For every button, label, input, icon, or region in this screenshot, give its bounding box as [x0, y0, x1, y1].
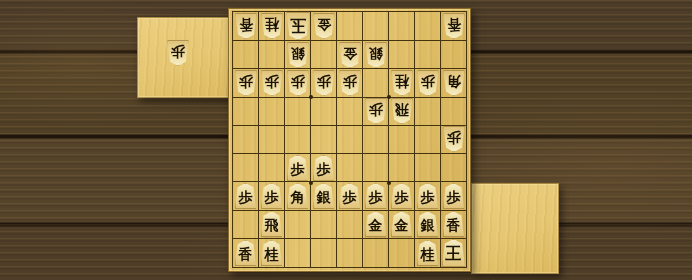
hoshi-dot: [309, 181, 313, 185]
board-cell-9b[interactable]: [233, 41, 259, 69]
piece-kanji: 歩: [265, 75, 279, 89]
board-cell-7c[interactable]: 歩: [285, 69, 311, 97]
board-cell-4h[interactable]: 金: [363, 211, 389, 239]
board-cell-2h[interactable]: 銀: [415, 211, 441, 239]
piece-kanji: 飛: [395, 103, 409, 117]
piece-kanji: 歩: [317, 75, 331, 89]
gote-komadai: 歩: [137, 17, 231, 98]
board-cell-8b[interactable]: [259, 41, 285, 69]
board-cell-6f[interactable]: 歩: [311, 154, 337, 182]
board-cell-8i[interactable]: 桂: [259, 239, 285, 268]
piece-kanji: 歩: [421, 75, 435, 89]
piece-kanji: 歩: [291, 75, 305, 89]
piece-kanji: 香: [447, 218, 461, 232]
piece-kanji: 歩: [421, 190, 435, 204]
board-cell-9g[interactable]: 歩: [233, 182, 259, 210]
board-cell-8e[interactable]: [259, 126, 285, 154]
board-cell-2a[interactable]: [415, 12, 441, 41]
shogi-piece-gote[interactable]: 歩: [339, 70, 361, 96]
board-cell-9h[interactable]: [233, 211, 259, 239]
board-cell-6c[interactable]: 歩: [311, 69, 337, 97]
piece-kanji: 玉: [290, 17, 306, 33]
board-cell-5e[interactable]: [337, 126, 363, 154]
board-cell-4f[interactable]: [363, 154, 389, 182]
board-cell-4b[interactable]: 銀: [363, 41, 389, 69]
shogi-piece-gote[interactable]: 香: [443, 13, 465, 39]
board-cell-3g[interactable]: 歩: [389, 182, 415, 210]
board-cell-7h[interactable]: [285, 211, 311, 239]
board-cell-9f[interactable]: [233, 154, 259, 182]
board-cell-6h[interactable]: [311, 211, 337, 239]
board-cell-9d[interactable]: [233, 98, 259, 126]
board-cell-9c[interactable]: 歩: [233, 69, 259, 97]
hoshi-dot: [387, 181, 391, 185]
shogi-piece-gote[interactable]: 角: [443, 70, 465, 96]
shogi-piece-sente[interactable]: 角: [287, 183, 309, 209]
board-cell-3f[interactable]: [389, 154, 415, 182]
shogi-piece-gote[interactable]: 歩: [287, 70, 309, 96]
shogi-piece-sente[interactable]: 銀: [417, 211, 439, 237]
board-cell-2f[interactable]: [415, 154, 441, 182]
hoshi-dot: [387, 95, 391, 99]
shogi-piece-sente[interactable]: 歩: [261, 183, 283, 209]
hoshi-dot: [309, 95, 313, 99]
board-cell-3c[interactable]: 桂: [389, 69, 415, 97]
shogi-piece-sente[interactable]: 銀: [313, 183, 335, 209]
board-cell-5h[interactable]: [337, 211, 363, 239]
piece-kanji: 歩: [369, 190, 383, 204]
board-cell-6i[interactable]: [311, 239, 337, 268]
board-cell-2b[interactable]: [415, 41, 441, 69]
shogi-piece-sente[interactable]: 歩: [235, 183, 257, 209]
photo-scene: 歩 香桂玉金香銀金銀歩歩歩歩歩桂歩角歩飛歩歩歩歩歩角銀歩歩歩歩歩飛金金銀香香桂桂…: [0, 0, 692, 280]
board-cell-3b[interactable]: [389, 41, 415, 69]
board-cell-6e[interactable]: [311, 126, 337, 154]
board-cell-2i[interactable]: 桂: [415, 239, 441, 268]
piece-kanji: 王: [446, 246, 462, 262]
board-cell-9e[interactable]: [233, 126, 259, 154]
piece-kanji: 歩: [447, 190, 461, 204]
board-cell-7f[interactable]: 歩: [285, 154, 311, 182]
piece-kanji: 桂: [265, 247, 279, 261]
shogi-piece-sente[interactable]: 歩: [287, 155, 309, 181]
shogi-piece-gote[interactable]: 歩: [365, 98, 387, 124]
board-cell-8f[interactable]: [259, 154, 285, 182]
shogi-piece-sente[interactable]: 香: [235, 240, 257, 266]
piece-kanji: 香: [239, 247, 253, 261]
board-cell-7a[interactable]: 玉: [285, 12, 311, 41]
board-cell-2e[interactable]: [415, 126, 441, 154]
piece-kanji: 銀: [317, 190, 331, 204]
board-cell-5d[interactable]: [337, 98, 363, 126]
shogi-piece-gote[interactable]: 桂: [391, 70, 413, 96]
piece-kanji: 銀: [421, 218, 435, 232]
piece-kanji: 歩: [239, 190, 253, 204]
board-cell-5g[interactable]: 歩: [337, 182, 363, 210]
board-cell-1a[interactable]: 香: [441, 12, 467, 41]
shogi-piece-sente[interactable]: 飛: [261, 211, 283, 237]
shogi-piece-gote[interactable]: 歩: [313, 70, 335, 96]
shogi-piece-gote[interactable]: 歩: [417, 70, 439, 96]
shogi-piece-gote[interactable]: 金: [339, 42, 361, 68]
board-cell-5a[interactable]: [337, 12, 363, 41]
board-cell-2c[interactable]: 歩: [415, 69, 441, 97]
shogi-piece-sente[interactable]: 桂: [261, 240, 283, 266]
shogi-piece-sente[interactable]: 香: [443, 211, 465, 237]
board-cell-4i[interactable]: [363, 239, 389, 268]
shogi-piece-gote[interactable]: 歩: [261, 70, 283, 96]
shogi-piece-gote[interactable]: 玉: [286, 12, 310, 40]
board-cell-6a[interactable]: 金: [311, 12, 337, 41]
piece-kanji: 歩: [239, 75, 253, 89]
piece-kanji: 桂: [265, 18, 279, 32]
shogi-piece-gote[interactable]: 歩: [167, 40, 189, 66]
piece-kanji: 桂: [421, 247, 435, 261]
board-cell-1d[interactable]: [441, 98, 467, 126]
shogi-piece-gote[interactable]: 歩: [235, 70, 257, 96]
piece-kanji: 歩: [369, 103, 383, 117]
shogi-piece-sente[interactable]: 王: [442, 239, 466, 267]
board-cell-4g[interactable]: 歩: [363, 182, 389, 210]
board-cell-3e[interactable]: [389, 126, 415, 154]
board-cell-7d[interactable]: [285, 98, 311, 126]
shogi-piece-gote[interactable]: 飛: [391, 98, 413, 124]
board-cell-4c[interactable]: [363, 69, 389, 97]
board-cell-8c[interactable]: 歩: [259, 69, 285, 97]
piece-kanji: 香: [239, 18, 253, 32]
shogi-board: 香桂玉金香銀金銀歩歩歩歩歩桂歩角歩飛歩歩歩歩歩角銀歩歩歩歩歩飛金金銀香香桂桂王: [228, 8, 471, 272]
board-cell-5c[interactable]: 歩: [337, 69, 363, 97]
piece-kanji: 銀: [369, 47, 383, 61]
board-cell-3d[interactable]: 飛: [389, 98, 415, 126]
piece-kanji: 銀: [291, 47, 305, 61]
shogi-piece-gote[interactable]: 金: [313, 13, 335, 39]
board-cell-9a[interactable]: 香: [233, 12, 259, 41]
shogi-piece-sente[interactable]: 歩: [365, 183, 387, 209]
board-cell-5f[interactable]: [337, 154, 363, 182]
board-cell-5i[interactable]: [337, 239, 363, 268]
shogi-piece-gote[interactable]: 桂: [261, 13, 283, 39]
sente-komadai: [471, 183, 559, 274]
piece-kanji: 角: [291, 190, 305, 204]
shogi-piece-sente[interactable]: 歩: [391, 183, 413, 209]
piece-kanji: 歩: [343, 190, 357, 204]
board-cell-8d[interactable]: [259, 98, 285, 126]
board-cell-6b[interactable]: [311, 41, 337, 69]
board-cell-8g[interactable]: 歩: [259, 182, 285, 210]
piece-kanji: 歩: [317, 162, 331, 176]
board-cell-4a[interactable]: [363, 12, 389, 41]
board-cell-7b[interactable]: 銀: [285, 41, 311, 69]
piece-kanji: 歩: [395, 190, 409, 204]
board-cell-1e[interactable]: 歩: [441, 126, 467, 154]
piece-kanji: 香: [447, 18, 461, 32]
shogi-piece-sente[interactable]: 金: [391, 211, 413, 237]
board-cell-1f[interactable]: [441, 154, 467, 182]
board-cell-7e[interactable]: [285, 126, 311, 154]
board-cell-3i[interactable]: [389, 239, 415, 268]
shogi-piece-sente[interactable]: 歩: [417, 183, 439, 209]
shogi-piece-sente[interactable]: 桂: [417, 240, 439, 266]
board-cell-1b[interactable]: [441, 41, 467, 69]
piece-kanji: 歩: [447, 131, 461, 145]
shogi-piece-sente[interactable]: 金: [365, 211, 387, 237]
board-cell-3h[interactable]: 金: [389, 211, 415, 239]
shogi-piece-gote[interactable]: 香: [235, 13, 257, 39]
piece-kanji: 金: [369, 218, 383, 232]
board-cell-2d[interactable]: [415, 98, 441, 126]
board-cell-1h[interactable]: 香: [441, 211, 467, 239]
piece-kanji: 金: [395, 218, 409, 232]
board-cell-4e[interactable]: [363, 126, 389, 154]
piece-kanji: 角: [447, 75, 461, 89]
shogi-piece-sente[interactable]: 歩: [339, 183, 361, 209]
piece-kanji: 飛: [265, 218, 279, 232]
board-cell-6d[interactable]: [311, 98, 337, 126]
piece-kanji: 歩: [291, 162, 305, 176]
shogi-piece-gote[interactable]: 銀: [287, 42, 309, 68]
board-cell-9i[interactable]: 香: [233, 239, 259, 268]
board-cell-7g[interactable]: 角: [285, 182, 311, 210]
board-cell-6g[interactable]: 銀: [311, 182, 337, 210]
board-cell-1c[interactable]: 角: [441, 69, 467, 97]
board-cell-8a[interactable]: 桂: [259, 12, 285, 41]
shogi-piece-gote[interactable]: 銀: [365, 42, 387, 68]
board-cell-5b[interactable]: 金: [337, 41, 363, 69]
shogi-piece-sente[interactable]: 歩: [443, 183, 465, 209]
board-cell-1i[interactable]: 王: [441, 239, 467, 268]
board-cell-3a[interactable]: [389, 12, 415, 41]
board-cell-1g[interactable]: 歩: [441, 182, 467, 210]
board-grid: 香桂玉金香銀金銀歩歩歩歩歩桂歩角歩飛歩歩歩歩歩角銀歩歩歩歩歩飛金金銀香香桂桂王: [232, 11, 467, 268]
piece-kanji: 歩: [265, 190, 279, 204]
board-cell-8h[interactable]: 飛: [259, 211, 285, 239]
board-cell-7i[interactable]: [285, 239, 311, 268]
shogi-piece-sente[interactable]: 歩: [313, 155, 335, 181]
piece-kanji: 金: [343, 47, 357, 61]
piece-kanji: 歩: [171, 45, 185, 59]
piece-kanji: 桂: [395, 75, 409, 89]
shogi-piece-gote[interactable]: 歩: [443, 126, 465, 152]
piece-kanji: 歩: [343, 75, 357, 89]
piece-kanji: 金: [317, 18, 331, 32]
board-cell-4d[interactable]: 歩: [363, 98, 389, 126]
board-cell-2g[interactable]: 歩: [415, 182, 441, 210]
